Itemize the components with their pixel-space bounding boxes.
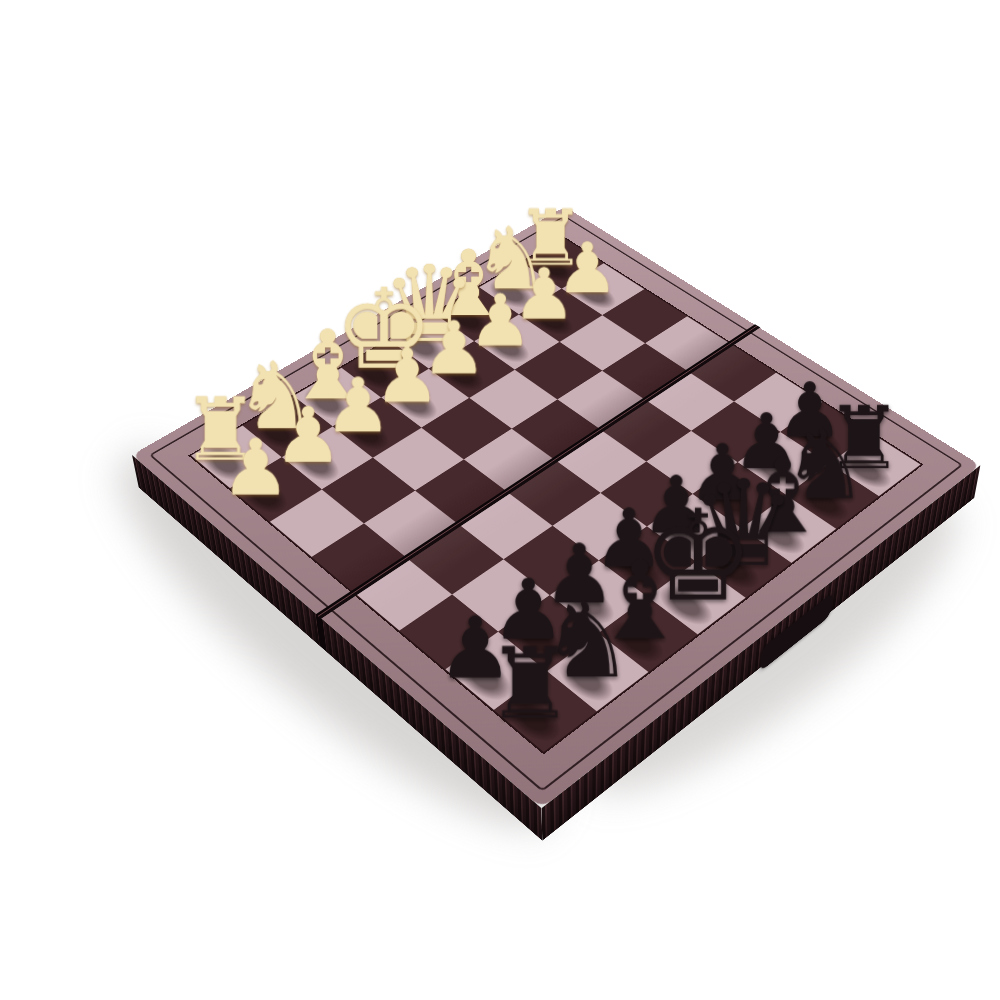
product-photo-stage: ♜♟♟♜♞♟♟♞♝♟♟♝♛♟♟♛♚♟♟♚♝♟♟♝♞♟♟♞♜♟♟♜	[0, 0, 1000, 1000]
piece-black-rook-h8[interactable]: ♜	[486, 639, 560, 728]
folding-chess-case: ♜♟♟♜♞♟♟♞♝♟♟♝♛♟♟♛♚♟♟♚♝♟♟♝♞♟♟♞♜♟♟♜	[132, 207, 980, 809]
chessboard: ♜♟♟♜♞♟♟♞♝♟♟♝♛♟♟♛♚♟♟♚♝♟♟♝♞♟♟♞♜♟♟♜	[188, 236, 923, 754]
piece-white-pawn-h2[interactable]: ♟	[221, 432, 287, 502]
case-latch-handle	[760, 592, 833, 672]
scene-3d: ♜♟♟♜♞♟♟♞♝♟♟♝♛♟♟♛♚♟♟♚♝♟♟♝♞♟♟♞♜♟♟♜	[0, 0, 1000, 1000]
